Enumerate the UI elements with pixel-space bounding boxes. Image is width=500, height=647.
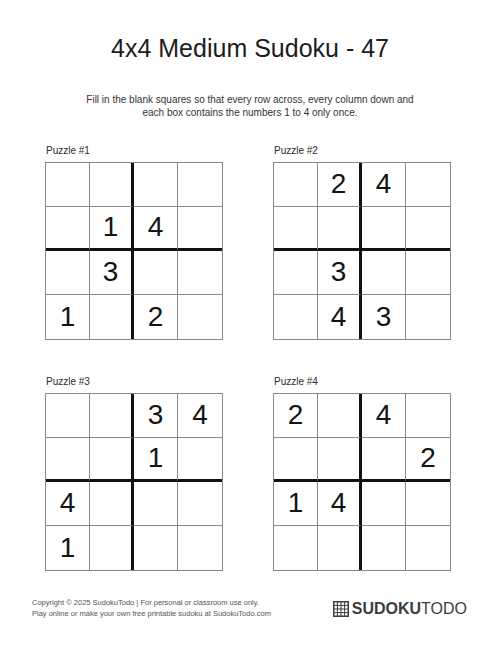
given-cell-r4c3: 2 [134, 295, 178, 339]
empty-cell-r2c4 [178, 438, 222, 482]
empty-cell-r1c2 [90, 394, 134, 438]
empty-cell-r4c3 [134, 526, 178, 570]
instructions-line-1: Fill in the blank squares so that every … [60, 93, 440, 106]
empty-cell-r3c4 [406, 482, 450, 526]
sudoku-grid-icon [333, 601, 349, 617]
empty-cell-r4c2 [318, 526, 362, 570]
empty-cell-r1c1 [46, 163, 90, 207]
empty-cell-r4c2 [90, 526, 134, 570]
empty-cell-r4c3 [362, 526, 406, 570]
given-cell-r2c3: 1 [134, 438, 178, 482]
given-cell-r1c1: 2 [274, 394, 318, 438]
instructions-line-2: each box contains the numbers 1 to 4 onl… [60, 106, 440, 119]
empty-cell-r2c1 [274, 207, 318, 251]
sudoku-board: 24343 [273, 162, 451, 340]
empty-cell-r2c1 [274, 438, 318, 482]
puzzle-block-4: Puzzle #4 24214 [273, 376, 451, 571]
sudoku-board: 14312 [45, 162, 223, 340]
empty-cell-r1c1 [46, 394, 90, 438]
empty-cell-r3c3 [362, 251, 406, 295]
empty-cell-r4c4 [178, 295, 222, 339]
empty-cell-r2c2 [318, 207, 362, 251]
sudoku-board: 24214 [273, 393, 451, 571]
empty-cell-r1c2 [318, 394, 362, 438]
empty-cell-r3c1 [46, 251, 90, 295]
given-cell-r1c4: 4 [178, 394, 222, 438]
given-cell-r1c3: 4 [362, 163, 406, 207]
given-cell-r1c2: 2 [318, 163, 362, 207]
given-cell-r4c1: 1 [46, 295, 90, 339]
empty-cell-r4c1 [274, 526, 318, 570]
given-cell-r4c3: 3 [362, 295, 406, 339]
puzzle-1-label: Puzzle #1 [46, 145, 223, 156]
logo-wordmark-sudoku: SUDOKU [352, 600, 421, 617]
puzzle-block-1: Puzzle #1 14312 [45, 145, 223, 340]
sudokutodo-logo: SUDOKUTODO [333, 600, 467, 618]
given-cell-r4c2: 4 [318, 295, 362, 339]
logo-wordmark-todo: TODO [421, 600, 467, 617]
puzzle-block-3: Puzzle #3 34141 [45, 376, 223, 571]
empty-cell-r1c2 [90, 163, 134, 207]
empty-cell-r2c3 [362, 207, 406, 251]
empty-cell-r4c4 [406, 526, 450, 570]
puzzle-3-label: Puzzle #3 [46, 376, 223, 387]
given-cell-r3c2: 3 [90, 251, 134, 295]
empty-cell-r3c3 [362, 482, 406, 526]
page-title: 4x4 Medium Sudoku - 47 [0, 34, 500, 63]
footer-copyright-line-1: Copyright © 2025 SudokuTodo | For person… [32, 598, 271, 609]
empty-cell-r1c4 [406, 394, 450, 438]
empty-cell-r4c4 [406, 295, 450, 339]
given-cell-r4c1: 1 [46, 526, 90, 570]
empty-cell-r2c2 [318, 438, 362, 482]
puzzle-4-label: Puzzle #4 [274, 376, 451, 387]
puzzle-block-2: Puzzle #2 24343 [273, 145, 451, 340]
given-cell-r1c3: 4 [362, 394, 406, 438]
empty-cell-r3c1 [274, 251, 318, 295]
empty-cell-r4c4 [178, 526, 222, 570]
empty-cell-r3c2 [90, 482, 134, 526]
empty-cell-r1c3 [134, 163, 178, 207]
empty-cell-r2c1 [46, 438, 90, 482]
empty-cell-r2c4 [178, 207, 222, 251]
empty-cell-r3c4 [178, 251, 222, 295]
empty-cell-r1c4 [406, 163, 450, 207]
empty-cell-r2c1 [46, 207, 90, 251]
footer-copyright: Copyright © 2025 SudokuTodo | For person… [32, 598, 271, 619]
empty-cell-r1c1 [274, 163, 318, 207]
given-cell-r3c2: 4 [318, 482, 362, 526]
empty-cell-r2c2 [90, 438, 134, 482]
empty-cell-r4c2 [90, 295, 134, 339]
empty-cell-r2c3 [362, 438, 406, 482]
puzzle-2-label: Puzzle #2 [274, 145, 451, 156]
sudoku-board: 34141 [45, 393, 223, 571]
given-cell-r3c2: 3 [318, 251, 362, 295]
footer-copyright-line-2: Play online or make your own free printa… [32, 609, 271, 620]
empty-cell-r3c3 [134, 482, 178, 526]
empty-cell-r3c4 [178, 482, 222, 526]
instructions: Fill in the blank squares so that every … [60, 93, 440, 119]
logo-wordmark: SUDOKUTODO [352, 600, 467, 618]
given-cell-r3c1: 4 [46, 482, 90, 526]
empty-cell-r3c3 [134, 251, 178, 295]
given-cell-r2c3: 4 [134, 207, 178, 251]
empty-cell-r1c4 [178, 163, 222, 207]
empty-cell-r4c1 [274, 295, 318, 339]
footer: Copyright © 2025 SudokuTodo | For person… [32, 598, 467, 619]
puzzle-grid-area: Puzzle #1 14312 Puzzle #2 24343 Puzzle #… [45, 145, 500, 571]
given-cell-r1c3: 3 [134, 394, 178, 438]
given-cell-r3c1: 1 [274, 482, 318, 526]
given-cell-r2c2: 1 [90, 207, 134, 251]
empty-cell-r2c4 [406, 207, 450, 251]
empty-cell-r3c4 [406, 251, 450, 295]
given-cell-r2c4: 2 [406, 438, 450, 482]
